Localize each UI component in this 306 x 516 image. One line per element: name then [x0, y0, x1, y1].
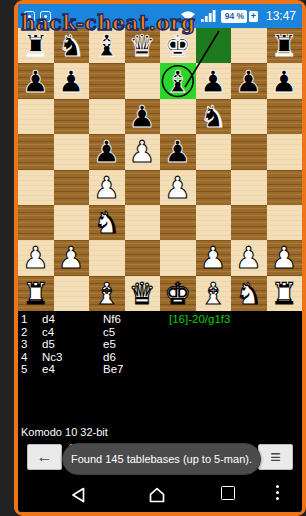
battery-icon: 94 % + [221, 10, 258, 23]
white-pawn-c4: ♟ [93, 170, 120, 205]
square-h6[interactable] [267, 99, 303, 134]
square-f1[interactable]: ♝ [196, 276, 232, 311]
hamburger-menu-icon: ≡ [270, 452, 281, 462]
square-f3[interactable] [196, 205, 232, 240]
square-d5[interactable]: ♟ [125, 134, 161, 169]
app-screen: 94 % + 13:47 hack-cheat.org ♜♞♝♛♚♜♟♟♝♟♟♟… [18, 4, 302, 512]
white-move: d4 [42, 313, 103, 326]
square-e6[interactable] [160, 99, 196, 134]
white-king-e1: ♚ [164, 276, 191, 311]
square-c7[interactable] [89, 63, 125, 98]
phone-frame: 94 % + 13:47 hack-cheat.org ♜♞♝♛♚♜♟♟♝♟♟♟… [14, 0, 306, 516]
square-a3[interactable] [18, 205, 54, 240]
black-bishop-e7: ♝ [164, 64, 191, 99]
back-arrow-icon: ← [37, 448, 53, 466]
square-b8[interactable]: ♞ [54, 28, 90, 63]
white-move: d5 [42, 338, 103, 351]
white-pawn-a2: ♟ [22, 240, 49, 275]
square-f4[interactable] [196, 170, 232, 205]
white-knight-c3: ♞ [93, 205, 120, 240]
black-pawn-f7: ♟ [200, 64, 227, 99]
square-c5[interactable]: ♟ [89, 134, 125, 169]
square-b7[interactable]: ♟ [54, 63, 90, 98]
black-move: c5 [103, 326, 169, 339]
chess-board-wrap: ♜♞♝♛♚♜♟♟♝♟♟♟♟♞♟♟♟♟♟♞♟♟♟♟♟♜♝♛♚♝♞♜ [18, 28, 302, 311]
square-a5[interactable] [18, 134, 54, 169]
square-f6[interactable]: ♞ [196, 99, 232, 134]
black-pawn-c5: ♟ [93, 134, 120, 169]
status-bar: 94 % + 13:47 [18, 4, 302, 28]
black-pawn-b7: ♟ [58, 64, 85, 99]
square-b6[interactable] [54, 99, 90, 134]
move-number: 5 [21, 363, 42, 376]
square-h2[interactable]: ♟ [267, 240, 303, 275]
white-move: Nc3 [42, 351, 103, 364]
android-nav-bar [18, 478, 302, 512]
black-pawn-h7: ♟ [271, 64, 298, 99]
square-d3[interactable] [125, 205, 161, 240]
white-queen-d1: ♛ [129, 276, 156, 311]
black-rook-h8: ♜ [271, 28, 298, 63]
square-g3[interactable] [231, 205, 267, 240]
black-bishop-c8: ♝ [93, 28, 120, 63]
white-pawn-f2: ♟ [200, 240, 227, 275]
white-rook-h1: ♜ [271, 276, 298, 311]
white-bishop-f1: ♝ [200, 276, 227, 311]
square-d4[interactable] [125, 170, 161, 205]
move-list-panel[interactable]: 1d4Nf6[16]-20/g1f32c4c53d5e54Nc3d65e4Be7… [18, 311, 302, 440]
black-pawn-d6: ♟ [129, 99, 156, 134]
back-move-button[interactable]: ← [27, 444, 62, 470]
move-row-2: 2c4c5 [18, 326, 302, 339]
move-list: 1d4Nf6[16]-20/g1f32c4c53d5e54Nc3d65e4Be7 [18, 313, 302, 376]
square-d2[interactable] [125, 240, 161, 275]
signal-strength-icon [201, 10, 216, 22]
engine-name: Komodo 10 32-bit [21, 426, 108, 438]
square-c6[interactable] [89, 99, 125, 134]
black-rook-a8: ♜ [22, 28, 49, 63]
square-e2[interactable] [160, 240, 196, 275]
square-e4[interactable]: ♟ [160, 170, 196, 205]
square-h3[interactable] [267, 205, 303, 240]
square-g6[interactable] [231, 99, 267, 134]
square-f5[interactable] [196, 134, 232, 169]
white-move: c4 [42, 326, 103, 339]
square-h7[interactable]: ♟ [267, 63, 303, 98]
square-h5[interactable] [267, 134, 303, 169]
square-c8[interactable]: ♝ [89, 28, 125, 63]
black-move: Be7 [103, 363, 169, 376]
square-d1[interactable]: ♛ [125, 276, 161, 311]
square-d8[interactable]: ♛ [125, 28, 161, 63]
square-c3[interactable]: ♞ [89, 205, 125, 240]
square-g1[interactable]: ♞ [231, 276, 267, 311]
black-pawn-a7: ♟ [22, 64, 49, 99]
white-pawn-h2: ♟ [271, 240, 298, 275]
square-a1[interactable]: ♜ [18, 276, 54, 311]
menu-button[interactable]: ≡ [258, 444, 293, 470]
square-e1[interactable]: ♚ [160, 276, 196, 311]
toast-message: Found 145 tablebases (up to 5-man). [62, 443, 261, 475]
move-row-4: 4Nc3d6 [18, 351, 302, 364]
square-c2[interactable] [89, 240, 125, 275]
square-f8[interactable] [196, 28, 232, 63]
square-g7[interactable]: ♟ [231, 63, 267, 98]
square-d6[interactable]: ♟ [125, 99, 161, 134]
square-e3[interactable] [160, 205, 196, 240]
recents-icon[interactable] [221, 486, 235, 500]
white-move: e4 [42, 363, 103, 376]
move-row-5: 5e4Be7 [18, 363, 302, 376]
black-move: Nf6 [103, 313, 169, 326]
square-g4[interactable] [231, 170, 267, 205]
square-b5[interactable] [54, 134, 90, 169]
move-number: 2 [21, 326, 42, 339]
square-b3[interactable] [54, 205, 90, 240]
square-b4[interactable] [54, 170, 90, 205]
black-knight-f6: ♞ [200, 99, 227, 134]
square-a8[interactable]: ♜ [18, 28, 54, 63]
black-move: d6 [103, 351, 169, 364]
square-h1[interactable]: ♜ [267, 276, 303, 311]
move-row-3: 3d5e5 [18, 338, 302, 351]
move-row-1: 1d4Nf6[16]-20/g1f3 [18, 313, 302, 326]
square-e5[interactable]: ♟ [160, 134, 196, 169]
white-knight-g1: ♞ [235, 276, 262, 311]
home-icon[interactable] [147, 486, 167, 504]
square-h4[interactable] [267, 170, 303, 205]
square-a6[interactable] [18, 99, 54, 134]
square-h8[interactable]: ♜ [267, 28, 303, 63]
square-g5[interactable] [231, 134, 267, 169]
black-pawn-g7: ♟ [235, 64, 262, 99]
battery-charging-plus: + [249, 11, 258, 22]
black-knight-b8: ♞ [58, 28, 85, 63]
square-b1[interactable] [54, 276, 90, 311]
overflow-dots-icon[interactable] [276, 485, 279, 500]
square-c4[interactable]: ♟ [89, 170, 125, 205]
move-number: 1 [21, 313, 42, 326]
back-icon[interactable] [70, 486, 86, 504]
square-g2[interactable]: ♟ [231, 240, 267, 275]
black-king-e8: ♚ [164, 28, 191, 63]
move-number: 3 [21, 338, 42, 351]
wifi-icon [180, 10, 196, 22]
move-number: 4 [21, 351, 42, 364]
square-b2[interactable]: ♟ [54, 240, 90, 275]
battery-percent: 94 % [221, 10, 247, 23]
white-pawn-g2: ♟ [235, 240, 262, 275]
square-a4[interactable] [18, 170, 54, 205]
square-g8[interactable] [231, 28, 267, 63]
square-d7[interactable] [125, 63, 161, 98]
white-pawn-b2: ♟ [58, 240, 85, 275]
white-rook-a1: ♜ [22, 276, 49, 311]
clock-time: 13:47 [266, 9, 296, 23]
square-a7[interactable]: ♟ [18, 63, 54, 98]
square-e7[interactable]: ♝ [160, 63, 196, 98]
square-f7[interactable]: ♟ [196, 63, 232, 98]
engine-hint: [16]-20/g1f3 [169, 313, 302, 326]
chess-board[interactable]: ♜♞♝♛♚♜♟♟♝♟♟♟♟♞♟♟♟♟♟♞♟♟♟♟♟♜♝♛♚♝♞♜ [18, 28, 302, 311]
screenshot-notification-icon [24, 11, 35, 22]
black-queen-d8: ♛ [129, 28, 156, 63]
white-bishop-c1: ♝ [93, 276, 120, 311]
white-pawn-e4: ♟ [164, 170, 191, 205]
square-a2[interactable]: ♟ [18, 240, 54, 275]
white-pawn-d5: ♟ [129, 134, 156, 169]
square-e8[interactable]: ♚ [160, 28, 196, 63]
square-c1[interactable]: ♝ [89, 276, 125, 311]
black-pawn-e5: ♟ [164, 134, 191, 169]
black-move: e5 [103, 338, 169, 351]
screenshot-notification-icon [40, 11, 51, 22]
square-f2[interactable]: ♟ [196, 240, 232, 275]
